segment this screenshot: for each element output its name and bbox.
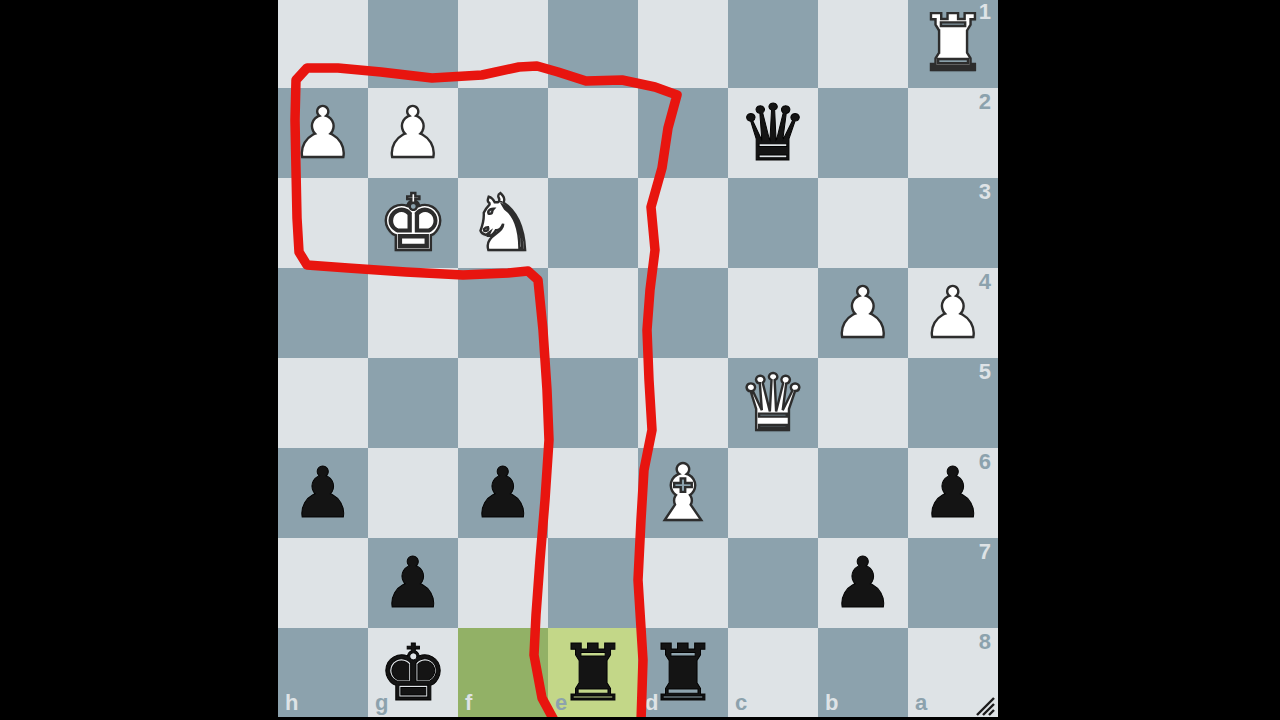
square-h2[interactable]: ♟ [278,88,368,178]
square-h6[interactable]: ♟ [278,448,368,538]
square-a4[interactable]: 4♟ [908,268,998,358]
square-c8[interactable]: c [728,628,818,718]
square-g3[interactable]: ♚ [368,178,458,268]
square-f4[interactable] [458,268,548,358]
square-h5[interactable] [278,358,368,448]
piece-white-king[interactable]: ♚ [368,178,458,268]
piece-white-rook[interactable]: ♜ [908,0,998,88]
square-e6[interactable] [548,448,638,538]
square-f3[interactable]: ♞ [458,178,548,268]
square-a3[interactable]: 3 [908,178,998,268]
square-e1[interactable] [548,0,638,88]
square-b7[interactable]: ♟ [818,538,908,628]
resize-handle-icon[interactable] [974,695,998,718]
piece-white-bishop[interactable]: ♝ [638,448,728,538]
square-d7[interactable] [638,538,728,628]
square-c7[interactable] [728,538,818,628]
piece-black-pawn[interactable]: ♟ [368,538,458,628]
piece-black-rook[interactable]: ♜ [638,628,728,718]
coord-file-c: c [735,692,747,714]
square-f6[interactable]: ♟ [458,448,548,538]
coord-file-f: f [465,692,472,714]
square-g6[interactable] [368,448,458,538]
square-h7[interactable] [278,538,368,628]
piece-black-pawn[interactable]: ♟ [818,538,908,628]
square-g4[interactable] [368,268,458,358]
square-b5[interactable] [818,358,908,448]
square-c3[interactable] [728,178,818,268]
square-h3[interactable] [278,178,368,268]
square-b6[interactable] [818,448,908,538]
square-h1[interactable] [278,0,368,88]
square-d3[interactable] [638,178,728,268]
coord-file-h: h [285,692,298,714]
square-g5[interactable] [368,358,458,448]
square-a2[interactable]: 2 [908,88,998,178]
square-f1[interactable] [458,0,548,88]
square-f2[interactable] [458,88,548,178]
square-f8[interactable]: f [458,628,548,718]
piece-white-queen[interactable]: ♛ [728,358,818,448]
square-c6[interactable] [728,448,818,538]
square-d8[interactable]: d♜ [638,628,728,718]
square-c5[interactable]: ♛ [728,358,818,448]
piece-black-queen[interactable]: ♛ [728,88,818,178]
square-f5[interactable] [458,358,548,448]
square-c2[interactable]: ♛ [728,88,818,178]
coord-file-b: b [825,692,838,714]
square-b3[interactable] [818,178,908,268]
chess-board: 1♜♟♟♛2♚♞3♟4♟♛5♟♟♝6♟♟♟7hg♚fe♜d♜cb8a [278,0,998,718]
square-a1[interactable]: 1♜ [908,0,998,88]
square-b2[interactable] [818,88,908,178]
piece-white-pawn[interactable]: ♟ [368,88,458,178]
piece-white-knight[interactable]: ♞ [458,178,548,268]
square-a7[interactable]: 7 [908,538,998,628]
square-d4[interactable] [638,268,728,358]
letterboxed-canvas: 1♜♟♟♛2♚♞3♟4♟♛5♟♟♝6♟♟♟7hg♚fe♜d♜cb8a [0,0,1280,720]
square-e3[interactable] [548,178,638,268]
piece-white-pawn[interactable]: ♟ [908,268,998,358]
coord-rank-5: 5 [979,361,991,383]
square-d6[interactable]: ♝ [638,448,728,538]
coord-file-a: a [915,692,927,714]
piece-white-pawn[interactable]: ♟ [278,88,368,178]
square-h8[interactable]: h [278,628,368,718]
piece-black-king[interactable]: ♚ [368,628,458,718]
square-g1[interactable] [368,0,458,88]
square-e4[interactable] [548,268,638,358]
square-e7[interactable] [548,538,638,628]
square-e5[interactable] [548,358,638,448]
square-g7[interactable]: ♟ [368,538,458,628]
piece-black-pawn[interactable]: ♟ [908,448,998,538]
square-c1[interactable] [728,0,818,88]
piece-black-pawn[interactable]: ♟ [458,448,548,538]
square-b8[interactable]: b [818,628,908,718]
square-d1[interactable] [638,0,728,88]
square-c4[interactable] [728,268,818,358]
square-a6[interactable]: 6♟ [908,448,998,538]
coord-rank-8: 8 [979,631,991,653]
square-g8[interactable]: g♚ [368,628,458,718]
square-h4[interactable] [278,268,368,358]
piece-black-pawn[interactable]: ♟ [278,448,368,538]
square-a5[interactable]: 5 [908,358,998,448]
square-f7[interactable] [458,538,548,628]
square-e8[interactable]: e♜ [548,628,638,718]
coord-rank-3: 3 [979,181,991,203]
coord-rank-7: 7 [979,541,991,563]
square-b1[interactable] [818,0,908,88]
piece-white-pawn[interactable]: ♟ [818,268,908,358]
square-g2[interactable]: ♟ [368,88,458,178]
square-d2[interactable] [638,88,728,178]
square-e2[interactable] [548,88,638,178]
square-d5[interactable] [638,358,728,448]
piece-black-rook[interactable]: ♜ [548,628,638,718]
square-b4[interactable]: ♟ [818,268,908,358]
coord-rank-2: 2 [979,91,991,113]
